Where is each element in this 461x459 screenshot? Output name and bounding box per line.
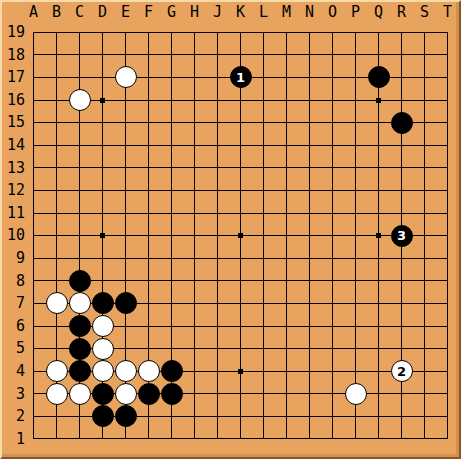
intersection-L11[interactable] [252,202,275,225]
intersection-S4[interactable] [413,360,436,383]
intersection-R1[interactable] [390,428,413,451]
intersection-T15[interactable] [436,111,459,134]
intersection-S7[interactable] [413,292,436,315]
intersection-D14[interactable] [91,134,114,157]
intersection-K15[interactable] [229,111,252,134]
intersection-C2[interactable] [68,405,91,428]
intersection-A7[interactable] [22,292,45,315]
intersection-F16[interactable] [137,89,160,112]
intersection-M3[interactable] [275,383,298,406]
intersection-C14[interactable] [68,134,91,157]
intersection-G17[interactable] [160,66,183,89]
intersection-P4[interactable] [344,360,367,383]
intersection-N16[interactable] [298,89,321,112]
intersection-N7[interactable] [298,292,321,315]
intersection-Q11[interactable] [367,202,390,225]
intersection-C8[interactable] [68,270,91,293]
intersection-F17[interactable] [137,66,160,89]
intersection-J1[interactable] [206,428,229,451]
intersection-R7[interactable] [390,292,413,315]
intersection-E8[interactable] [114,270,137,293]
intersection-L17[interactable] [252,66,275,89]
intersection-P15[interactable] [344,111,367,134]
intersection-M9[interactable] [275,247,298,270]
intersection-P16[interactable] [344,89,367,112]
intersection-E5[interactable] [114,337,137,360]
intersection-L10[interactable] [252,224,275,247]
intersection-Q4[interactable] [367,360,390,383]
intersection-J16[interactable] [206,89,229,112]
intersection-E18[interactable] [114,44,137,67]
intersection-K18[interactable] [229,44,252,67]
intersection-M8[interactable] [275,270,298,293]
intersection-K13[interactable] [229,157,252,180]
intersection-D18[interactable] [91,44,114,67]
intersection-E13[interactable] [114,157,137,180]
intersection-D4[interactable] [91,360,114,383]
intersection-Q9[interactable] [367,247,390,270]
intersection-D6[interactable] [91,315,114,338]
intersection-J13[interactable] [206,157,229,180]
intersection-N4[interactable] [298,360,321,383]
intersection-T12[interactable] [436,179,459,202]
intersection-O2[interactable] [321,405,344,428]
intersection-K10[interactable] [229,224,252,247]
intersection-J9[interactable] [206,247,229,270]
intersection-C17[interactable] [68,66,91,89]
intersection-T2[interactable] [436,405,459,428]
intersection-H2[interactable] [183,405,206,428]
intersection-K6[interactable] [229,315,252,338]
intersection-C4[interactable] [68,360,91,383]
intersection-K2[interactable] [229,405,252,428]
intersection-B17[interactable] [45,66,68,89]
intersection-N13[interactable] [298,157,321,180]
intersection-R12[interactable] [390,179,413,202]
intersection-B16[interactable] [45,89,68,112]
intersection-O11[interactable] [321,202,344,225]
intersection-B8[interactable] [45,270,68,293]
intersection-Q15[interactable] [367,111,390,134]
intersection-H7[interactable] [183,292,206,315]
intersection-B6[interactable] [45,315,68,338]
intersection-S10[interactable] [413,224,436,247]
intersection-B12[interactable] [45,179,68,202]
intersection-C10[interactable] [68,224,91,247]
intersection-L1[interactable] [252,428,275,451]
intersection-G3[interactable] [160,383,183,406]
intersection-L19[interactable] [252,21,275,44]
intersection-S2[interactable] [413,405,436,428]
intersection-M7[interactable] [275,292,298,315]
intersection-K5[interactable] [229,337,252,360]
intersection-F14[interactable] [137,134,160,157]
intersection-E3[interactable] [114,383,137,406]
intersection-J11[interactable] [206,202,229,225]
intersection-E6[interactable] [114,315,137,338]
intersection-A9[interactable] [22,247,45,270]
intersection-E17[interactable] [114,66,137,89]
intersection-F11[interactable] [137,202,160,225]
intersection-D12[interactable] [91,179,114,202]
intersection-G19[interactable] [160,21,183,44]
intersection-G14[interactable] [160,134,183,157]
intersection-K1[interactable] [229,428,252,451]
intersection-P2[interactable] [344,405,367,428]
intersection-S5[interactable] [413,337,436,360]
intersection-C11[interactable] [68,202,91,225]
intersection-J18[interactable] [206,44,229,67]
intersection-C1[interactable] [68,428,91,451]
intersection-N9[interactable] [298,247,321,270]
intersection-E14[interactable] [114,134,137,157]
intersection-F9[interactable] [137,247,160,270]
intersection-K17[interactable]: 1 [229,66,252,89]
intersection-S16[interactable] [413,89,436,112]
intersection-T16[interactable] [436,89,459,112]
intersection-N15[interactable] [298,111,321,134]
intersection-G18[interactable] [160,44,183,67]
intersection-T8[interactable] [436,270,459,293]
intersection-B1[interactable] [45,428,68,451]
intersection-F13[interactable] [137,157,160,180]
intersection-O6[interactable] [321,315,344,338]
intersection-C16[interactable] [68,89,91,112]
intersection-E11[interactable] [114,202,137,225]
intersection-J2[interactable] [206,405,229,428]
intersection-T9[interactable] [436,247,459,270]
intersection-K19[interactable] [229,21,252,44]
intersection-H17[interactable] [183,66,206,89]
intersection-N10[interactable] [298,224,321,247]
intersection-Q8[interactable] [367,270,390,293]
intersection-O18[interactable] [321,44,344,67]
intersection-A8[interactable] [22,270,45,293]
intersection-R11[interactable] [390,202,413,225]
intersection-S11[interactable] [413,202,436,225]
intersection-Q1[interactable] [367,428,390,451]
intersection-T13[interactable] [436,157,459,180]
intersection-A18[interactable] [22,44,45,67]
intersection-Q13[interactable] [367,157,390,180]
intersection-F19[interactable] [137,21,160,44]
intersection-D17[interactable] [91,66,114,89]
intersection-N6[interactable] [298,315,321,338]
intersection-G1[interactable] [160,428,183,451]
intersection-S17[interactable] [413,66,436,89]
intersection-O4[interactable] [321,360,344,383]
intersection-R17[interactable] [390,66,413,89]
intersection-A11[interactable] [22,202,45,225]
intersection-E2[interactable] [114,405,137,428]
intersection-G16[interactable] [160,89,183,112]
intersection-P18[interactable] [344,44,367,67]
intersection-M2[interactable] [275,405,298,428]
intersection-F4[interactable] [137,360,160,383]
intersection-F10[interactable] [137,224,160,247]
intersection-Q16[interactable] [367,89,390,112]
intersection-C15[interactable] [68,111,91,134]
intersection-M11[interactable] [275,202,298,225]
intersection-K14[interactable] [229,134,252,157]
intersection-B2[interactable] [45,405,68,428]
intersection-F7[interactable] [137,292,160,315]
intersection-M13[interactable] [275,157,298,180]
intersection-D9[interactable] [91,247,114,270]
intersection-Q17[interactable] [367,66,390,89]
intersection-M19[interactable] [275,21,298,44]
intersection-S13[interactable] [413,157,436,180]
intersection-M18[interactable] [275,44,298,67]
intersection-E16[interactable] [114,89,137,112]
intersection-S18[interactable] [413,44,436,67]
intersection-A12[interactable] [22,179,45,202]
intersection-D13[interactable] [91,157,114,180]
intersection-E4[interactable] [114,360,137,383]
intersection-D5[interactable] [91,337,114,360]
intersection-S1[interactable] [413,428,436,451]
intersection-O15[interactable] [321,111,344,134]
intersection-B19[interactable] [45,21,68,44]
intersection-M5[interactable] [275,337,298,360]
intersection-F1[interactable] [137,428,160,451]
intersection-J15[interactable] [206,111,229,134]
intersection-N17[interactable] [298,66,321,89]
intersection-E19[interactable] [114,21,137,44]
intersection-R18[interactable] [390,44,413,67]
intersection-N19[interactable] [298,21,321,44]
intersection-O14[interactable] [321,134,344,157]
intersection-T14[interactable] [436,134,459,157]
intersection-D19[interactable] [91,21,114,44]
intersection-A19[interactable] [22,21,45,44]
intersection-F15[interactable] [137,111,160,134]
intersection-L18[interactable] [252,44,275,67]
intersection-H16[interactable] [183,89,206,112]
intersection-J4[interactable] [206,360,229,383]
intersection-D3[interactable] [91,383,114,406]
intersection-B9[interactable] [45,247,68,270]
intersection-A4[interactable] [22,360,45,383]
intersection-T10[interactable] [436,224,459,247]
intersection-E1[interactable] [114,428,137,451]
intersection-T7[interactable] [436,292,459,315]
intersection-Q12[interactable] [367,179,390,202]
intersection-F8[interactable] [137,270,160,293]
intersection-L8[interactable] [252,270,275,293]
intersection-F18[interactable] [137,44,160,67]
intersection-H10[interactable] [183,224,206,247]
intersection-P17[interactable] [344,66,367,89]
intersection-H15[interactable] [183,111,206,134]
intersection-Q10[interactable] [367,224,390,247]
intersection-S14[interactable] [413,134,436,157]
intersection-J8[interactable] [206,270,229,293]
intersection-J7[interactable] [206,292,229,315]
intersection-S19[interactable] [413,21,436,44]
intersection-P5[interactable] [344,337,367,360]
intersection-B10[interactable] [45,224,68,247]
intersection-H1[interactable] [183,428,206,451]
intersection-B14[interactable] [45,134,68,157]
intersection-M14[interactable] [275,134,298,157]
intersection-M4[interactable] [275,360,298,383]
intersection-G2[interactable] [160,405,183,428]
intersection-H9[interactable] [183,247,206,270]
intersection-H8[interactable] [183,270,206,293]
intersection-A5[interactable] [22,337,45,360]
intersection-A10[interactable] [22,224,45,247]
intersection-K8[interactable] [229,270,252,293]
intersection-L2[interactable] [252,405,275,428]
intersection-N8[interactable] [298,270,321,293]
intersection-F12[interactable] [137,179,160,202]
intersection-H3[interactable] [183,383,206,406]
intersection-H11[interactable] [183,202,206,225]
intersection-A17[interactable] [22,66,45,89]
intersection-S15[interactable] [413,111,436,134]
intersection-N12[interactable] [298,179,321,202]
intersection-O17[interactable] [321,66,344,89]
intersection-C19[interactable] [68,21,91,44]
intersection-H13[interactable] [183,157,206,180]
intersection-T3[interactable] [436,383,459,406]
intersection-O1[interactable] [321,428,344,451]
intersection-N18[interactable] [298,44,321,67]
intersection-F3[interactable] [137,383,160,406]
intersection-R5[interactable] [390,337,413,360]
intersection-A13[interactable] [22,157,45,180]
intersection-R13[interactable] [390,157,413,180]
intersection-P12[interactable] [344,179,367,202]
intersection-P1[interactable] [344,428,367,451]
intersection-N3[interactable] [298,383,321,406]
intersection-A6[interactable] [22,315,45,338]
intersection-M16[interactable] [275,89,298,112]
intersection-L7[interactable] [252,292,275,315]
intersection-Q2[interactable] [367,405,390,428]
intersection-H4[interactable] [183,360,206,383]
intersection-L16[interactable] [252,89,275,112]
intersection-G4[interactable] [160,360,183,383]
intersection-N11[interactable] [298,202,321,225]
intersection-C5[interactable] [68,337,91,360]
intersection-R16[interactable] [390,89,413,112]
intersection-H18[interactable] [183,44,206,67]
intersection-C6[interactable] [68,315,91,338]
intersection-J12[interactable] [206,179,229,202]
intersection-R15[interactable] [390,111,413,134]
intersection-G13[interactable] [160,157,183,180]
intersection-C18[interactable] [68,44,91,67]
intersection-R2[interactable] [390,405,413,428]
intersection-Q14[interactable] [367,134,390,157]
intersection-P19[interactable] [344,21,367,44]
intersection-N5[interactable] [298,337,321,360]
intersection-D11[interactable] [91,202,114,225]
intersection-O10[interactable] [321,224,344,247]
intersection-K11[interactable] [229,202,252,225]
intersection-A14[interactable] [22,134,45,157]
intersection-D8[interactable] [91,270,114,293]
intersection-J5[interactable] [206,337,229,360]
intersection-L12[interactable] [252,179,275,202]
intersection-O9[interactable] [321,247,344,270]
intersection-O16[interactable] [321,89,344,112]
intersection-P7[interactable] [344,292,367,315]
intersection-H19[interactable] [183,21,206,44]
intersection-B18[interactable] [45,44,68,67]
intersection-A3[interactable] [22,383,45,406]
intersection-J6[interactable] [206,315,229,338]
intersection-K16[interactable] [229,89,252,112]
intersection-K3[interactable] [229,383,252,406]
intersection-G10[interactable] [160,224,183,247]
intersection-L13[interactable] [252,157,275,180]
intersection-A2[interactable] [22,405,45,428]
intersection-B11[interactable] [45,202,68,225]
intersection-H5[interactable] [183,337,206,360]
intersection-Q19[interactable] [367,21,390,44]
intersection-H6[interactable] [183,315,206,338]
intersection-G7[interactable] [160,292,183,315]
intersection-C13[interactable] [68,157,91,180]
intersection-S3[interactable] [413,383,436,406]
intersection-A15[interactable] [22,111,45,134]
intersection-K7[interactable] [229,292,252,315]
intersection-P11[interactable] [344,202,367,225]
intersection-R10[interactable]: 3 [390,224,413,247]
intersection-L5[interactable] [252,337,275,360]
intersection-L6[interactable] [252,315,275,338]
intersection-C3[interactable] [68,383,91,406]
intersection-T19[interactable] [436,21,459,44]
intersection-H12[interactable] [183,179,206,202]
intersection-G9[interactable] [160,247,183,270]
intersection-R3[interactable] [390,383,413,406]
intersection-L3[interactable] [252,383,275,406]
intersection-J19[interactable] [206,21,229,44]
intersection-C9[interactable] [68,247,91,270]
intersection-Q6[interactable] [367,315,390,338]
intersection-T1[interactable] [436,428,459,451]
intersection-O5[interactable] [321,337,344,360]
intersection-D10[interactable] [91,224,114,247]
intersection-F5[interactable] [137,337,160,360]
intersection-E15[interactable] [114,111,137,134]
intersection-O13[interactable] [321,157,344,180]
intersection-M12[interactable] [275,179,298,202]
intersection-N2[interactable] [298,405,321,428]
intersection-M6[interactable] [275,315,298,338]
intersection-N14[interactable] [298,134,321,157]
intersection-P13[interactable] [344,157,367,180]
intersection-E12[interactable] [114,179,137,202]
intersection-P9[interactable] [344,247,367,270]
intersection-L14[interactable] [252,134,275,157]
intersection-B7[interactable] [45,292,68,315]
intersection-P6[interactable] [344,315,367,338]
intersection-R19[interactable] [390,21,413,44]
intersection-J14[interactable] [206,134,229,157]
intersection-R4[interactable]: 2 [390,360,413,383]
intersection-T17[interactable] [436,66,459,89]
intersection-H14[interactable] [183,134,206,157]
intersection-R14[interactable] [390,134,413,157]
intersection-G15[interactable] [160,111,183,134]
intersection-B15[interactable] [45,111,68,134]
intersection-O7[interactable] [321,292,344,315]
